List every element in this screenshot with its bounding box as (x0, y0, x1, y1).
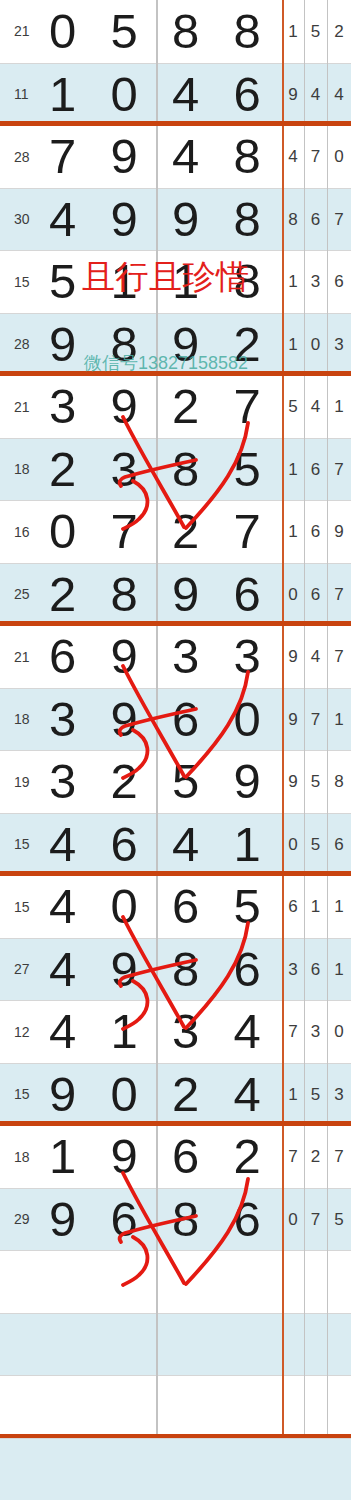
group-separator-line (0, 1434, 351, 1439)
draw-digit-4: 8 (217, 7, 279, 56)
draw-digit-1: 6 (32, 632, 94, 681)
group-separator-line (0, 621, 351, 626)
stat-digit-2: 7 (304, 148, 327, 165)
rows-container: 21 0 5 8 8 1 5 2 11 1 0 4 6 9 4 4 28 7 9… (0, 0, 351, 1500)
stat-digit-1: 8 (282, 211, 304, 228)
draw-digit-2: 0 (94, 70, 156, 119)
table-row: 12 4 1 3 4 7 3 0 (0, 1000, 351, 1063)
draw-digit-1: 7 (32, 132, 94, 181)
draw-digit-2: 2 (94, 757, 156, 806)
stat-digit-3: 7 (327, 1148, 351, 1165)
stat-digit-1: 1 (282, 23, 304, 40)
draw-digit-1: 3 (32, 757, 94, 806)
draw-digit-1: 3 (32, 382, 94, 431)
row-sum-label: 18 (0, 712, 32, 726)
stat-digit-3: 7 (327, 461, 351, 478)
row-sum-label: 25 (0, 587, 32, 601)
stat-digit-1: 1 (282, 1086, 304, 1103)
table-row: 18 3 9 6 0 9 7 1 (0, 688, 351, 751)
draw-digit-4: 8 (217, 132, 279, 181)
stat-digit-2: 5 (304, 773, 327, 790)
row-sum-label: 16 (0, 525, 32, 539)
row-sum-label: 15 (0, 837, 32, 851)
draw-digit-3: 3 (155, 1007, 217, 1056)
stat-digit-2: 5 (304, 23, 327, 40)
stat-digit-2: 7 (304, 711, 327, 728)
stat-digit-1: 1 (282, 273, 304, 290)
draw-digit-2: 1 (94, 1007, 156, 1056)
draw-digit-4: 9 (217, 757, 279, 806)
table-row (0, 1438, 351, 1500)
row-sum-label: 18 (0, 462, 32, 476)
row-sum-label: 11 (0, 87, 32, 101)
stat-digit-3: 3 (327, 1086, 351, 1103)
draw-digit-3: 2 (155, 382, 217, 431)
draw-digit-2: 6 (94, 820, 156, 869)
stat-digit-3: 6 (327, 273, 351, 290)
stat-column-divider-line-1 (304, 0, 306, 1437)
draw-digit-3: 9 (155, 570, 217, 619)
draw-digit-3: 5 (155, 757, 217, 806)
stat-digit-3: 1 (327, 398, 351, 415)
table-row: 19 3 2 5 9 9 5 8 (0, 750, 351, 813)
table-row (0, 1250, 351, 1313)
stat-digit-1: 9 (282, 773, 304, 790)
stat-digit-3: 1 (327, 961, 351, 978)
draw-digit-3: 6 (155, 882, 217, 931)
draw-digit-3: 9 (155, 195, 217, 244)
draw-digit-2: 0 (94, 882, 156, 931)
table-row: 15 4 0 6 5 6 1 1 (0, 875, 351, 938)
draw-digit-3: 8 (155, 445, 217, 494)
table-row: 29 9 6 8 6 0 7 5 (0, 1188, 351, 1251)
table-row: 11 1 0 4 6 9 4 4 (0, 63, 351, 126)
draw-digit-2: 9 (94, 132, 156, 181)
draw-digit-2: 9 (94, 195, 156, 244)
draw-digit-4: 4 (217, 1007, 279, 1056)
stat-digit-3: 0 (327, 148, 351, 165)
table-row (0, 1313, 351, 1376)
draw-digit-1: 1 (32, 70, 94, 119)
group-separator-line (0, 121, 351, 126)
stat-digit-3: 7 (327, 648, 351, 665)
table-row: 21 6 9 3 3 9 4 7 (0, 625, 351, 688)
table-row: 15 9 0 2 4 1 5 3 (0, 1063, 351, 1126)
stat-digit-2: 5 (304, 836, 327, 853)
stat-digit-2: 0 (304, 336, 327, 353)
stat-digit-2: 4 (304, 648, 327, 665)
wechat-watermark-text: 微信号13827158582 (84, 354, 248, 372)
draw-digit-3: 4 (155, 132, 217, 181)
table-row: 18 1 9 6 2 7 2 7 (0, 1125, 351, 1188)
draw-digit-3: 8 (155, 7, 217, 56)
draw-digit-4: 7 (217, 382, 279, 431)
row-sum-label: 28 (0, 150, 32, 164)
draw-digit-1: 4 (32, 1007, 94, 1056)
draw-digit-4: 7 (217, 507, 279, 556)
stat-digit-3: 1 (327, 711, 351, 728)
stat-digit-1: 3 (282, 961, 304, 978)
row-sum-label: 21 (0, 400, 32, 414)
stat-digit-2: 1 (304, 898, 327, 915)
draw-digit-4: 6 (217, 945, 279, 994)
lottery-trend-board: 21 0 5 8 8 1 5 2 11 1 0 4 6 9 4 4 28 7 9… (0, 0, 351, 1500)
stat-digit-3: 7 (327, 586, 351, 603)
stat-digit-1: 4 (282, 148, 304, 165)
row-sum-label: 12 (0, 1025, 32, 1039)
stat-digit-2: 6 (304, 461, 327, 478)
stat-digit-1: 1 (282, 523, 304, 540)
stat-digit-1: 6 (282, 898, 304, 915)
stat-digit-2: 6 (304, 211, 327, 228)
draw-digit-2: 6 (94, 1195, 156, 1244)
stat-digit-1: 9 (282, 648, 304, 665)
stat-digit-1: 1 (282, 336, 304, 353)
stat-digit-3: 3 (327, 336, 351, 353)
stat-digit-3: 5 (327, 1211, 351, 1228)
draw-digit-4: 2 (217, 1132, 279, 1181)
draw-digit-4: 3 (217, 632, 279, 681)
draw-digit-1: 2 (32, 445, 94, 494)
stat-digit-2: 6 (304, 586, 327, 603)
draw-digit-4: 1 (217, 820, 279, 869)
row-sum-label: 15 (0, 900, 32, 914)
stat-column-divider-line-2 (327, 0, 329, 1437)
draw-digit-1: 2 (32, 570, 94, 619)
digit-group-divider-line (156, 0, 158, 1437)
stat-digit-2: 3 (304, 1023, 327, 1040)
draw-digit-1: 0 (32, 507, 94, 556)
table-row (0, 1375, 351, 1438)
stat-digit-2: 6 (304, 523, 327, 540)
table-row: 30 4 9 9 8 8 6 7 (0, 188, 351, 251)
stat-digit-1: 0 (282, 836, 304, 853)
draw-digit-1: 4 (32, 882, 94, 931)
draw-digit-1: 9 (32, 1070, 94, 1119)
table-row: 27 4 9 8 6 3 6 1 (0, 938, 351, 1001)
draw-digit-2: 3 (94, 445, 156, 494)
stat-digit-1: 0 (282, 586, 304, 603)
table-row: 21 3 9 2 7 5 4 1 (0, 375, 351, 438)
row-sum-label: 28 (0, 337, 32, 351)
stat-digit-1: 5 (282, 398, 304, 415)
draw-digit-1: 4 (32, 945, 94, 994)
draw-digit-4: 6 (217, 1195, 279, 1244)
table-row: 21 0 5 8 8 1 5 2 (0, 0, 351, 63)
draw-digit-1: 1 (32, 1132, 94, 1181)
stat-digit-3: 0 (327, 1023, 351, 1040)
draw-digit-3: 8 (155, 1195, 217, 1244)
row-sum-label: 27 (0, 962, 32, 976)
draw-digit-2: 8 (94, 570, 156, 619)
row-sum-label: 29 (0, 1212, 32, 1226)
draw-digit-4: 5 (217, 445, 279, 494)
stat-digit-3: 4 (327, 86, 351, 103)
stat-digit-1: 9 (282, 86, 304, 103)
draw-digit-2: 9 (94, 632, 156, 681)
draw-digit-1: 4 (32, 195, 94, 244)
table-row: 16 0 7 2 7 1 6 9 (0, 500, 351, 563)
draw-digit-3: 3 (155, 632, 217, 681)
stat-digit-3: 8 (327, 773, 351, 790)
draw-digit-2: 0 (94, 1070, 156, 1119)
row-sum-label: 21 (0, 24, 32, 38)
red-caption-text: 且行且珍惜 (82, 260, 250, 293)
draw-digit-1: 0 (32, 7, 94, 56)
draw-digit-3: 4 (155, 70, 217, 119)
stat-digit-2: 7 (304, 1211, 327, 1228)
stat-digit-1: 9 (282, 711, 304, 728)
stat-digit-2: 3 (304, 273, 327, 290)
stat-digit-2: 4 (304, 86, 327, 103)
row-sum-label: 18 (0, 1150, 32, 1164)
draw-digit-3: 6 (155, 695, 217, 744)
stat-digit-2: 4 (304, 398, 327, 415)
table-row: 15 4 6 4 1 0 5 6 (0, 813, 351, 876)
stat-digit-3: 9 (327, 523, 351, 540)
draw-digit-3: 6 (155, 1132, 217, 1181)
draw-digit-3: 8 (155, 945, 217, 994)
draw-digit-3: 2 (155, 507, 217, 556)
draw-digit-2: 9 (94, 382, 156, 431)
table-row: 28 7 9 4 8 4 7 0 (0, 125, 351, 188)
table-row: 25 2 8 9 6 0 6 7 (0, 563, 351, 626)
stat-digit-3: 2 (327, 23, 351, 40)
stat-digit-1: 7 (282, 1023, 304, 1040)
draw-digit-4: 0 (217, 695, 279, 744)
draw-digit-2: 9 (94, 1132, 156, 1181)
draw-digit-1: 3 (32, 695, 94, 744)
row-sum-label: 15 (0, 1087, 32, 1101)
draw-digit-4: 8 (217, 195, 279, 244)
stat-digit-1: 7 (282, 1148, 304, 1165)
row-sum-label: 21 (0, 650, 32, 664)
draw-digit-4: 6 (217, 70, 279, 119)
draw-digit-1: 9 (32, 1195, 94, 1244)
row-sum-label: 30 (0, 212, 32, 226)
draw-digit-2: 9 (94, 945, 156, 994)
stat-digit-3: 7 (327, 211, 351, 228)
draw-digit-2: 9 (94, 695, 156, 744)
stat-digit-2: 2 (304, 1148, 327, 1165)
stat-digit-1: 0 (282, 1211, 304, 1228)
draw-digit-3: 4 (155, 820, 217, 869)
group-separator-line (0, 1121, 351, 1126)
table-row: 18 2 3 8 5 1 6 7 (0, 438, 351, 501)
row-sum-label: 15 (0, 275, 32, 289)
draw-digit-4: 5 (217, 882, 279, 931)
draw-digit-4: 6 (217, 570, 279, 619)
draw-digit-1: 4 (32, 820, 94, 869)
row-sum-label: 19 (0, 775, 32, 789)
stat-digit-1: 1 (282, 461, 304, 478)
stat-digit-3: 6 (327, 836, 351, 853)
sum-column-divider-line (282, 0, 284, 1437)
draw-digit-2: 5 (94, 7, 156, 56)
draw-digit-3: 2 (155, 1070, 217, 1119)
group-separator-line (0, 871, 351, 876)
stat-digit-3: 1 (327, 898, 351, 915)
draw-digit-2: 7 (94, 507, 156, 556)
stat-digit-2: 5 (304, 1086, 327, 1103)
draw-digit-4: 4 (217, 1070, 279, 1119)
stat-digit-2: 6 (304, 961, 327, 978)
